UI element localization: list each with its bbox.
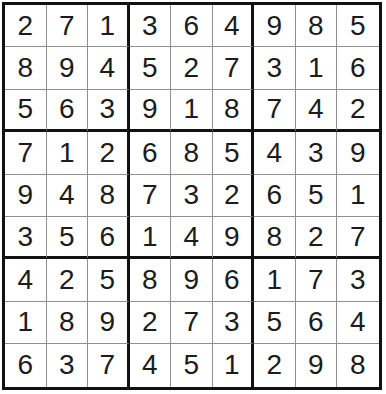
digit: 6 (266, 181, 282, 209)
digit: 4 (350, 308, 366, 336)
cell-r5c4[interactable]: 7 (130, 175, 172, 217)
digit: 9 (59, 54, 75, 82)
digit: 1 (59, 139, 75, 167)
cell-r8c5[interactable]: 7 (171, 302, 213, 344)
digit: 5 (99, 266, 115, 294)
digit: 7 (59, 12, 75, 40)
cell-r8c4[interactable]: 2 (130, 302, 172, 344)
cell-r2c8[interactable]: 1 (296, 47, 338, 89)
cell-r3c7[interactable]: 7 (254, 90, 296, 132)
cell-r2c4[interactable]: 5 (130, 47, 172, 89)
cell-r1c2[interactable]: 7 (47, 5, 89, 47)
cell-r4c6[interactable]: 5 (213, 132, 255, 174)
digit: 8 (99, 181, 115, 209)
digit: 3 (224, 308, 240, 336)
digit: 3 (266, 54, 282, 82)
digit: 7 (183, 308, 199, 336)
cell-r5c3[interactable]: 8 (88, 175, 130, 217)
cell-r9c8[interactable]: 9 (296, 344, 338, 386)
cell-r3c4[interactable]: 9 (130, 90, 172, 132)
digit: 2 (142, 308, 158, 336)
digit: 7 (17, 139, 33, 167)
cell-r4c5[interactable]: 8 (171, 132, 213, 174)
digit: 8 (224, 95, 240, 123)
cell-r6c2[interactable]: 5 (47, 217, 89, 259)
digit: 2 (17, 12, 33, 40)
digit: 9 (266, 12, 282, 40)
cell-r7c1[interactable]: 4 (5, 259, 47, 301)
digit: 3 (183, 181, 199, 209)
digit: 5 (224, 139, 240, 167)
cell-r3c8[interactable]: 4 (296, 90, 338, 132)
cell-r7c3[interactable]: 5 (88, 259, 130, 301)
cell-r4c1[interactable]: 7 (5, 132, 47, 174)
digit: 8 (183, 139, 199, 167)
cell-r9c2[interactable]: 3 (47, 344, 89, 386)
digit: 7 (224, 54, 240, 82)
cell-r9c5[interactable]: 5 (171, 344, 213, 386)
digit: 8 (17, 54, 33, 82)
cell-r6c5[interactable]: 4 (171, 217, 213, 259)
cell-r9c1[interactable]: 6 (5, 344, 47, 386)
digit: 1 (308, 54, 324, 82)
digit: 2 (183, 54, 199, 82)
digit: 1 (350, 181, 366, 209)
digit: 1 (183, 95, 199, 123)
digit: 5 (59, 223, 75, 251)
digit: 9 (224, 223, 240, 251)
digit: 5 (183, 351, 199, 379)
digit: 8 (308, 12, 324, 40)
sudoku-board: 2713649858945273165639187427126854399487… (2, 2, 382, 390)
cell-r7c5[interactable]: 9 (171, 259, 213, 301)
cell-r1c1[interactable]: 2 (5, 5, 47, 47)
cell-r6c1[interactable]: 3 (5, 217, 47, 259)
digit: 9 (17, 181, 33, 209)
digit: 5 (17, 95, 33, 123)
cell-r3c1[interactable]: 5 (5, 90, 47, 132)
cell-r2c1[interactable]: 8 (5, 47, 47, 89)
cell-r9c9[interactable]: 8 (337, 344, 379, 386)
digit: 4 (17, 266, 33, 294)
cell-r8c8[interactable]: 6 (296, 302, 338, 344)
digit: 3 (308, 139, 324, 167)
cell-r1c4[interactable]: 3 (130, 5, 172, 47)
cell-r6c8[interactable]: 2 (296, 217, 338, 259)
cell-r9c7[interactable]: 2 (254, 344, 296, 386)
cell-r7c8[interactable]: 7 (296, 259, 338, 301)
cell-r6c3[interactable]: 6 (88, 217, 130, 259)
cell-r1c6[interactable]: 4 (213, 5, 255, 47)
cell-r4c4[interactable]: 6 (130, 132, 172, 174)
digit: 4 (266, 139, 282, 167)
digit: 5 (142, 54, 158, 82)
digit: 6 (308, 308, 324, 336)
cell-r7c7[interactable]: 1 (254, 259, 296, 301)
cell-r1c3[interactable]: 1 (88, 5, 130, 47)
digit: 9 (350, 139, 366, 167)
digit: 2 (59, 266, 75, 294)
digit: 1 (17, 308, 33, 336)
cell-r6c7[interactable]: 8 (254, 217, 296, 259)
digit: 3 (99, 95, 115, 123)
digit: 9 (99, 308, 115, 336)
digit: 8 (350, 351, 366, 379)
digit: 7 (266, 95, 282, 123)
cell-r2c9[interactable]: 6 (337, 47, 379, 89)
cell-r4c7[interactable]: 4 (254, 132, 296, 174)
cell-r7c9[interactable]: 3 (337, 259, 379, 301)
cell-r5c1[interactable]: 9 (5, 175, 47, 217)
digit: 2 (308, 223, 324, 251)
digit: 3 (350, 266, 366, 294)
cell-r6c4[interactable]: 1 (130, 217, 172, 259)
cell-r1c9[interactable]: 5 (337, 5, 379, 47)
cell-r8c9[interactable]: 4 (337, 302, 379, 344)
digit: 2 (224, 181, 240, 209)
cell-r3c9[interactable]: 2 (337, 90, 379, 132)
cell-r2c2[interactable]: 9 (47, 47, 89, 89)
digit: 8 (59, 308, 75, 336)
cell-r8c1[interactable]: 1 (5, 302, 47, 344)
digit: 5 (308, 181, 324, 209)
cell-r4c3[interactable]: 2 (88, 132, 130, 174)
cell-r8c3[interactable]: 9 (88, 302, 130, 344)
cell-r1c8[interactable]: 8 (296, 5, 338, 47)
cell-r5c2[interactable]: 4 (47, 175, 89, 217)
digit: 8 (266, 223, 282, 251)
digit: 6 (142, 139, 158, 167)
digit: 7 (99, 351, 115, 379)
cell-r4c2[interactable]: 1 (47, 132, 89, 174)
digit: 7 (308, 266, 324, 294)
digit: 7 (142, 181, 158, 209)
cell-r5c6[interactable]: 2 (213, 175, 255, 217)
digit: 6 (17, 351, 33, 379)
cell-r7c6[interactable]: 6 (213, 259, 255, 301)
digit: 3 (142, 12, 158, 40)
cell-r2c7[interactable]: 3 (254, 47, 296, 89)
cell-r6c9[interactable]: 7 (337, 217, 379, 259)
digit: 4 (308, 95, 324, 123)
digit: 6 (99, 223, 115, 251)
cell-r5c7[interactable]: 6 (254, 175, 296, 217)
cell-r2c5[interactable]: 2 (171, 47, 213, 89)
digit: 6 (183, 12, 199, 40)
cell-r9c3[interactable]: 7 (88, 344, 130, 386)
cell-r4c9[interactable]: 9 (337, 132, 379, 174)
digit: 1 (266, 266, 282, 294)
digit: 1 (142, 223, 158, 251)
cell-r3c6[interactable]: 8 (213, 90, 255, 132)
digit: 4 (224, 12, 240, 40)
cell-r3c5[interactable]: 1 (171, 90, 213, 132)
cell-r2c3[interactable]: 4 (88, 47, 130, 89)
digit: 4 (183, 223, 199, 251)
digit: 1 (99, 12, 115, 40)
cell-r6c6[interactable]: 9 (213, 217, 255, 259)
cell-r8c2[interactable]: 8 (47, 302, 89, 344)
digit: 6 (224, 266, 240, 294)
cell-r7c2[interactable]: 2 (47, 259, 89, 301)
digit: 9 (183, 266, 199, 294)
cell-r3c3[interactable]: 3 (88, 90, 130, 132)
cell-r5c5[interactable]: 3 (171, 175, 213, 217)
cell-r4c8[interactable]: 3 (296, 132, 338, 174)
cell-r9c6[interactable]: 1 (213, 344, 255, 386)
cell-r7c4[interactable]: 8 (130, 259, 172, 301)
digit: 5 (350, 12, 366, 40)
digit: 1 (224, 351, 240, 379)
cell-r1c7[interactable]: 9 (254, 5, 296, 47)
digit: 2 (350, 95, 366, 123)
digit: 2 (99, 139, 115, 167)
digit: 8 (142, 266, 158, 294)
digit: 6 (350, 54, 366, 82)
cell-r9c4[interactable]: 4 (130, 344, 172, 386)
digit: 6 (59, 95, 75, 123)
digit: 2 (266, 351, 282, 379)
cell-r2c6[interactable]: 7 (213, 47, 255, 89)
cell-r1c5[interactable]: 6 (171, 5, 213, 47)
cell-r8c6[interactable]: 3 (213, 302, 255, 344)
sudoku-page: 2713649858945273165639187427126854399487… (0, 0, 386, 394)
digit: 4 (59, 181, 75, 209)
digit: 3 (17, 223, 33, 251)
digit: 4 (142, 351, 158, 379)
cell-r5c8[interactable]: 5 (296, 175, 338, 217)
cell-r5c9[interactable]: 1 (337, 175, 379, 217)
cell-r8c7[interactable]: 5 (254, 302, 296, 344)
digit: 9 (308, 351, 324, 379)
digit: 9 (142, 95, 158, 123)
digit: 4 (99, 54, 115, 82)
digit: 5 (266, 308, 282, 336)
cell-r3c2[interactable]: 6 (47, 90, 89, 132)
digit: 3 (59, 351, 75, 379)
digit: 7 (350, 223, 366, 251)
